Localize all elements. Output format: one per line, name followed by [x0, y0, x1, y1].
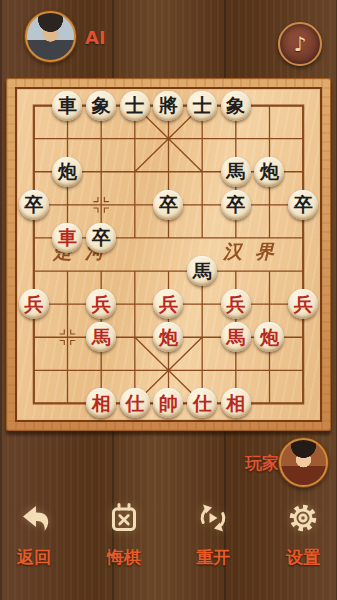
- cell-b6[interactable]: [51, 188, 85, 221]
- cell-c6[interactable]: [84, 188, 118, 221]
- human-avatar: [279, 438, 328, 487]
- cell-d3[interactable]: [118, 288, 152, 321]
- piece-red-soldier[interactable]: 兵: [288, 289, 318, 319]
- cell-i0[interactable]: [286, 387, 320, 420]
- settings-button[interactable]: 设置: [285, 500, 321, 569]
- piece-red-soldier[interactable]: 兵: [153, 289, 183, 319]
- cell-d5[interactable]: [118, 221, 152, 254]
- cell-f7[interactable]: [185, 155, 219, 188]
- piece-red-cannon[interactable]: 炮: [254, 322, 284, 352]
- piece-red-advisor[interactable]: 仕: [120, 388, 150, 418]
- piece-red-chariot[interactable]: 車: [52, 223, 82, 253]
- cell-d6[interactable]: [118, 188, 152, 221]
- cell-b0[interactable]: [51, 387, 85, 420]
- cell-b9[interactable]: 車: [51, 89, 85, 122]
- undo-box-x-icon: [106, 500, 142, 539]
- cell-e9[interactable]: 將: [152, 89, 186, 122]
- undo-move-button[interactable]: 悔棋: [106, 500, 142, 569]
- cell-h8[interactable]: [253, 122, 287, 155]
- piece-red-horse[interactable]: 馬: [86, 322, 116, 352]
- cell-i7[interactable]: [286, 155, 320, 188]
- piece-red-horse[interactable]: 馬: [221, 322, 251, 352]
- cell-e3[interactable]: 兵: [152, 288, 186, 321]
- app-screen: AI ♪ 楚河 汉界 車象士將士象炮馬炮卒卒卒卒車卒馬兵兵兵兵兵馬炮馬炮相仕帥仕…: [0, 0, 337, 600]
- piece-red-soldier[interactable]: 兵: [221, 289, 251, 319]
- cell-c7[interactable]: [84, 155, 118, 188]
- piece-red-general[interactable]: 帥: [153, 388, 183, 418]
- piece-black-soldier[interactable]: 卒: [288, 190, 318, 220]
- cell-d2[interactable]: [118, 321, 152, 354]
- cell-a7[interactable]: [17, 155, 51, 188]
- cell-c2[interactable]: 馬: [84, 321, 118, 354]
- cell-a5[interactable]: [17, 221, 51, 254]
- gear-icon: [285, 500, 321, 539]
- cell-f2[interactable]: [185, 321, 219, 354]
- cell-e1[interactable]: [152, 354, 186, 387]
- cell-i8[interactable]: [286, 122, 320, 155]
- cell-f1[interactable]: [185, 354, 219, 387]
- cell-h4[interactable]: [253, 254, 287, 287]
- cell-b3[interactable]: [51, 288, 85, 321]
- restart-button[interactable]: 重开: [195, 500, 231, 569]
- piece-black-cannon[interactable]: 炮: [52, 157, 82, 187]
- cell-e2[interactable]: 炮: [152, 321, 186, 354]
- piece-black-cannon[interactable]: 炮: [254, 157, 284, 187]
- cell-h2[interactable]: 炮: [253, 321, 287, 354]
- cell-a0[interactable]: [17, 387, 51, 420]
- cell-e4[interactable]: [152, 254, 186, 287]
- piece-red-soldier[interactable]: 兵: [19, 289, 49, 319]
- bottom-toolbar: 返回 悔棋 重开: [0, 500, 337, 569]
- piece-black-horse[interactable]: 馬: [221, 157, 251, 187]
- piece-black-general[interactable]: 將: [153, 91, 183, 121]
- cell-f0[interactable]: 仕: [185, 387, 219, 420]
- cell-f4[interactable]: 馬: [185, 254, 219, 287]
- cell-f3[interactable]: [185, 288, 219, 321]
- cell-i6[interactable]: 卒: [286, 188, 320, 221]
- cell-g4[interactable]: [219, 254, 253, 287]
- cell-c5[interactable]: 卒: [84, 221, 118, 254]
- cell-d1[interactable]: [118, 354, 152, 387]
- cell-a2[interactable]: [17, 321, 51, 354]
- cell-b2[interactable]: [51, 321, 85, 354]
- cell-c8[interactable]: [84, 122, 118, 155]
- cell-a6[interactable]: 卒: [17, 188, 51, 221]
- restart-label: 重开: [196, 546, 230, 569]
- cell-f5[interactable]: [185, 221, 219, 254]
- ai-avatar: [25, 11, 76, 62]
- cell-a4[interactable]: [17, 254, 51, 287]
- cell-h3[interactable]: [253, 288, 287, 321]
- piece-black-soldier[interactable]: 卒: [221, 190, 251, 220]
- cell-d8[interactable]: [118, 122, 152, 155]
- cell-h5[interactable]: [253, 221, 287, 254]
- cell-h6[interactable]: [253, 188, 287, 221]
- cell-h1[interactable]: [253, 354, 287, 387]
- cell-c1[interactable]: [84, 354, 118, 387]
- cell-b8[interactable]: [51, 122, 85, 155]
- piece-red-elephant[interactable]: 相: [86, 388, 116, 418]
- cell-g0[interactable]: 相: [219, 387, 253, 420]
- cell-g5[interactable]: [219, 221, 253, 254]
- cell-d9[interactable]: 士: [118, 89, 152, 122]
- cell-i1[interactable]: [286, 354, 320, 387]
- back-arrow-icon: [16, 500, 52, 539]
- cell-g3[interactable]: 兵: [219, 288, 253, 321]
- cell-i9[interactable]: [286, 89, 320, 122]
- ai-player-name: AI: [85, 27, 106, 48]
- cell-d4[interactable]: [118, 254, 152, 287]
- cell-g9[interactable]: 象: [219, 89, 253, 122]
- piece-black-horse[interactable]: 馬: [187, 256, 217, 286]
- music-note-icon: ♪: [294, 32, 307, 56]
- piece-black-chariot[interactable]: 車: [52, 91, 82, 121]
- cell-b1[interactable]: [51, 354, 85, 387]
- board-inner: 楚河 汉界 車象士將士象炮馬炮卒卒卒卒車卒馬兵兵兵兵兵馬炮馬炮相仕帥仕相: [15, 87, 322, 422]
- cell-c0[interactable]: 相: [84, 387, 118, 420]
- cell-g7[interactable]: 馬: [219, 155, 253, 188]
- restart-circular-arrows-icon: [195, 500, 231, 539]
- cell-h9[interactable]: [253, 89, 287, 122]
- cell-a3[interactable]: 兵: [17, 288, 51, 321]
- piece-black-advisor[interactable]: 士: [120, 91, 150, 121]
- cell-a9[interactable]: [17, 89, 51, 122]
- board-grid[interactable]: 車象士將士象炮馬炮卒卒卒卒車卒馬兵兵兵兵兵馬炮馬炮相仕帥仕相: [17, 89, 320, 420]
- cell-i3[interactable]: 兵: [286, 288, 320, 321]
- cell-d7[interactable]: [118, 155, 152, 188]
- piece-red-elephant[interactable]: 相: [221, 388, 251, 418]
- cell-e5[interactable]: [152, 221, 186, 254]
- cell-e8[interactable]: [152, 122, 186, 155]
- cell-h7[interactable]: 炮: [253, 155, 287, 188]
- cell-h0[interactable]: [253, 387, 287, 420]
- cell-i5[interactable]: [286, 221, 320, 254]
- piece-red-soldier[interactable]: 兵: [86, 289, 116, 319]
- back-label: 返回: [17, 546, 51, 569]
- cell-g2[interactable]: 馬: [219, 321, 253, 354]
- cell-e0[interactable]: 帥: [152, 387, 186, 420]
- piece-red-cannon[interactable]: 炮: [153, 322, 183, 352]
- cell-c3[interactable]: 兵: [84, 288, 118, 321]
- cell-f6[interactable]: [185, 188, 219, 221]
- settings-label: 设置: [286, 546, 320, 569]
- cell-c9[interactable]: 象: [84, 89, 118, 122]
- piece-black-soldier[interactable]: 卒: [86, 223, 116, 253]
- cell-a1[interactable]: [17, 354, 51, 387]
- cell-f8[interactable]: [185, 122, 219, 155]
- piece-black-elephant[interactable]: 象: [86, 91, 116, 121]
- piece-black-advisor[interactable]: 士: [187, 91, 217, 121]
- piece-black-soldier[interactable]: 卒: [19, 190, 49, 220]
- cell-f9[interactable]: 士: [185, 89, 219, 122]
- cell-c4[interactable]: [84, 254, 118, 287]
- piece-black-soldier[interactable]: 卒: [153, 190, 183, 220]
- cell-e7[interactable]: [152, 155, 186, 188]
- cell-i2[interactable]: [286, 321, 320, 354]
- cell-b7[interactable]: 炮: [51, 155, 85, 188]
- music-toggle-button[interactable]: ♪: [278, 22, 322, 66]
- xiangqi-board: 楚河 汉界 車象士將士象炮馬炮卒卒卒卒車卒馬兵兵兵兵兵馬炮馬炮相仕帥仕相: [6, 78, 331, 431]
- cell-d0[interactable]: 仕: [118, 387, 152, 420]
- back-button[interactable]: 返回: [16, 500, 52, 569]
- cell-i4[interactable]: [286, 254, 320, 287]
- cell-g6[interactable]: 卒: [219, 188, 253, 221]
- cell-e6[interactable]: 卒: [152, 188, 186, 221]
- cell-b5[interactable]: 車: [51, 221, 85, 254]
- cell-a8[interactable]: [17, 122, 51, 155]
- piece-black-elephant[interactable]: 象: [221, 91, 251, 121]
- piece-red-advisor[interactable]: 仕: [187, 388, 217, 418]
- cell-g8[interactable]: [219, 122, 253, 155]
- cell-g1[interactable]: [219, 354, 253, 387]
- undo-label: 悔棋: [107, 546, 141, 569]
- human-player-name: 玩家: [245, 452, 279, 475]
- cell-b4[interactable]: [51, 254, 85, 287]
